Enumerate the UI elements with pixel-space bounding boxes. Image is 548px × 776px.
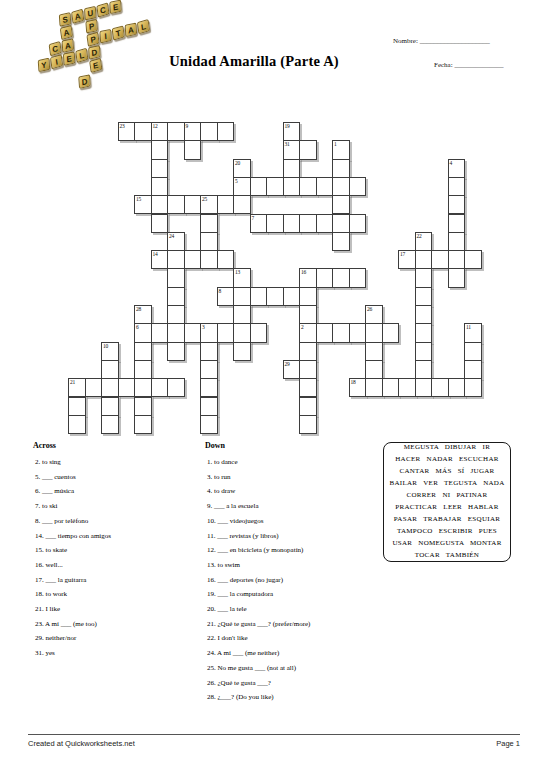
clue-number: 16 [301,269,306,275]
clue-item: 16. well... [35,558,200,573]
grid-cell[interactable] [283,287,301,306]
grid-cell[interactable] [283,177,301,196]
clue-item: 23. A mí ___ (me too) [35,617,200,632]
grid-cell[interactable]: 11 [464,323,482,342]
grid-cell[interactable] [151,323,169,342]
grid-cell[interactable] [250,323,268,342]
grid-cell[interactable]: 19 [283,122,301,141]
grid-cell[interactable]: 9 [184,122,202,141]
grid-cell[interactable] [299,342,317,361]
scrabble-tile: I [50,54,63,69]
clue-item: 12. ___ en bicicleta (y monopatín) [207,543,383,558]
grid-cell[interactable] [349,177,367,196]
grid-cell[interactable]: 31 [283,140,301,159]
grid-cell[interactable] [448,177,466,196]
grid-cell[interactable] [85,378,103,397]
grid-cell[interactable] [233,342,251,361]
grid-cell[interactable]: 13 [233,268,251,287]
word-bank-line: PRACTICAR LEER HABLAR [395,502,498,514]
grid-cell[interactable] [217,122,235,141]
grid-cell[interactable] [365,323,383,342]
grid-cell[interactable] [299,360,317,379]
word-bank-line: USAR NOMEGUSTA MONTAR [392,538,501,550]
grid-cell[interactable] [217,250,235,269]
grid-cell[interactable] [448,378,466,397]
grid-cell[interactable] [101,360,119,379]
grid-cell[interactable] [316,268,334,287]
scrabble-tile: L [137,19,150,34]
word-bank-line: CORRER NI PATINAR [407,490,488,502]
grid-cell[interactable] [398,378,416,397]
scrabble-tile: L [75,48,88,63]
clue-item: 3. to run [207,470,383,485]
grid-cell[interactable] [184,323,202,342]
clue-number: 15 [136,196,141,202]
word-bank-line: PASAR TRABAJAR ESQUIAR [394,514,500,526]
clue-number: 28 [136,306,141,312]
clue-item: 26. ¿Qué te gusta ___? [207,676,383,691]
grid-cell[interactable] [151,159,169,178]
clue-item: 22. I don't like [207,631,383,646]
grid-cell[interactable] [299,305,317,324]
grid-cell[interactable]: 15 [134,195,152,214]
grid-cell[interactable]: 6 [134,323,152,342]
clue-number: 9 [186,123,189,129]
grid-cell[interactable] [118,378,136,397]
grid-cell[interactable] [200,122,218,141]
grid-cell[interactable] [332,159,350,178]
grid-cell[interactable] [217,195,235,214]
grid-cell[interactable] [200,214,218,233]
clue-number: 17 [400,251,405,257]
clue-item: 4. to draw [207,484,383,499]
across-clues: Across 2. to sing5. ___ cuentos6. ___ mú… [35,441,200,661]
grid-cell[interactable] [365,360,383,379]
grid-cell[interactable] [266,287,284,306]
grid-cell[interactable] [167,342,185,361]
grid-cell[interactable]: 20 [233,159,251,178]
grid-cell[interactable] [233,195,251,214]
clue-number: 5 [235,178,238,184]
grid-cell[interactable]: 17 [398,250,416,269]
across-clue-list: 2. to sing5. ___ cuentos6. ___ música7. … [35,455,200,661]
grid-cell[interactable] [299,378,317,397]
grid-cell[interactable] [332,214,350,233]
scrabble-tile: D [78,74,91,89]
scrabble-tile: E [89,58,102,73]
clue-number: 14 [153,251,158,257]
grid-cell[interactable]: 10 [101,342,119,361]
scrabble-tile: T [112,25,125,40]
clue-item: 21. I like [35,602,200,617]
grid-cell[interactable] [365,342,383,361]
grid-cell[interactable] [233,287,251,306]
grid-cell[interactable] [217,323,235,342]
grid-cell[interactable] [250,177,268,196]
grid-cell[interactable] [200,232,218,251]
clue-item: 6. ___ música [35,484,200,499]
word-bank-line: CANTAR MÁS SÍ JUGAR [399,466,494,478]
grid-cell[interactable] [448,214,466,233]
grid-cell[interactable] [464,360,482,379]
clue-number: 2 [301,324,304,330]
grid-cell[interactable] [167,287,185,306]
grid-cell[interactable]: 12 [151,122,169,141]
grid-cell[interactable] [167,268,185,287]
clue-number: 8 [219,288,222,294]
word-bank: MEGUSTA DIBUJAR IRHACER NADAR ESCUCHARCA… [383,442,511,562]
footer-divider [28,734,520,735]
grid-cell[interactable]: 1 [332,140,350,159]
grid-cell[interactable]: 7 [250,214,268,233]
grid-cell[interactable] [299,397,317,416]
clue-number: 25 [202,196,207,202]
clue-item: 14. ___ tiempo con amigos [35,529,200,544]
grid-cell[interactable] [299,287,317,306]
grid-cell[interactable]: 16 [299,268,317,287]
grid-cell[interactable] [332,323,350,342]
clue-item: 8. ___ por teléfono [35,514,200,529]
grid-cell[interactable] [299,177,317,196]
scrabble-tile: E [109,0,122,14]
grid-cell[interactable]: 8 [217,287,235,306]
grid-cell[interactable]: 29 [283,360,301,379]
clue-number: 23 [120,123,125,129]
scrabble-tile: I [99,29,112,44]
grid-cell[interactable] [299,140,317,159]
grid-cell[interactable] [200,360,218,379]
clue-number: 21 [70,379,75,385]
clue-item: 29. neither/nor [35,631,200,646]
clue-item: 31. yes [35,646,200,661]
grid-cell[interactable] [184,140,202,159]
clue-number: 18 [351,379,356,385]
clue-item: 24. A mí ___ (me neither) [207,646,383,661]
grid-cell[interactable]: 2 [299,323,317,342]
grid-cell[interactable] [167,305,185,324]
clue-item: 5. ___ cuentos [35,470,200,485]
clue-number: 6 [136,324,139,330]
date-field[interactable]: Fecha: ______________ [434,61,503,69]
grid-cell[interactable] [332,268,350,287]
scrabble-tile: A [71,9,84,24]
grid-cell[interactable] [151,177,169,196]
clue-number: 19 [285,123,290,129]
grid-cell[interactable] [134,378,152,397]
grid-cell[interactable] [349,268,367,287]
clue-item: 7. to ski [35,499,200,514]
grid-cell[interactable] [332,232,350,251]
grid-cell[interactable] [415,323,433,342]
grid-cell[interactable] [415,360,433,379]
clue-number: 13 [235,269,240,275]
grid-cell[interactable] [200,342,218,361]
grid-cell[interactable]: 25 [200,195,218,214]
grid-cell[interactable] [316,214,334,233]
grid-cell[interactable] [200,397,218,416]
grid-cell[interactable] [266,177,284,196]
grid-cell[interactable] [233,305,251,324]
grid-cell[interactable] [68,397,86,416]
clue-number: 31 [285,141,290,147]
page-title: Unidad Amarilla (Parte A) [128,53,380,70]
scrabble-tile: E [63,51,76,66]
grid-cell[interactable] [283,159,301,178]
grid-cell[interactable]: 23 [118,122,136,141]
down-clue-list: 1. to dance3. to run4. to draw9. ___ a l… [207,455,383,705]
grid-cell[interactable]: 21 [68,378,86,397]
clue-item: 15. to skate [35,543,200,558]
down-heading: Down [205,441,383,450]
grid-cell[interactable] [448,268,466,287]
clue-item: 10. ___ videojuegos [207,514,383,529]
clue-item: 28. ¿___? (Do you like) [207,690,383,705]
clue-item: 1. to dance [207,455,383,470]
clue-item: 19. ___ la computadora [207,587,383,602]
grid-cell[interactable] [167,378,185,397]
grid-cell[interactable] [332,195,350,214]
clue-item: 25. No me gusta ___ (not at all) [207,661,383,676]
across-heading: Across [33,441,200,450]
grid-cell[interactable]: 3 [200,323,218,342]
grid-cell[interactable] [68,415,86,434]
grid-cell[interactable] [101,378,119,397]
date-blank-line[interactable]: ______________ [454,61,503,69]
clue-item: 17. ___ la guitarra [35,573,200,588]
name-label: Nombre: [393,37,418,45]
grid-cell[interactable] [415,250,433,269]
grid-cell[interactable]: 14 [151,250,169,269]
grid-cell[interactable] [250,287,268,306]
clue-number: 24 [169,233,174,239]
scrabble-tile: A [125,23,138,38]
grid-cell[interactable] [448,232,466,251]
grid-cell[interactable] [200,378,218,397]
name-blank-line[interactable]: ____________________ [420,37,490,45]
word-bank-line: BAILAR VER TEGUSTA NADA [389,478,504,490]
grid-cell[interactable] [415,378,433,397]
clue-item: 16. ___ deportes (no jugar) [207,573,383,588]
word-bank-line: HACER NADAR ESCUCHAR [395,454,498,466]
grid-cell[interactable] [382,323,400,342]
grid-cell[interactable] [415,268,433,287]
clue-number: 22 [417,233,422,239]
word-bank-line: TOCAR TAMBIÉN [415,550,479,562]
clue-item: 18. to work [35,587,200,602]
clue-item: 11. ___ revistas (y libros) [207,529,383,544]
grid-cell[interactable] [464,378,482,397]
grid-cell[interactable] [349,323,367,342]
grid-cell[interactable] [299,415,317,434]
grid-cell[interactable]: 24 [167,232,185,251]
grid-cell[interactable] [415,305,433,324]
grid-cell[interactable]: 5 [233,177,251,196]
grid-cell[interactable] [349,214,367,233]
scrabble-tile: C [96,2,109,17]
clue-number: 12 [153,123,158,129]
grid-cell[interactable] [415,342,433,361]
grid-cell[interactable] [134,360,152,379]
grid-cell[interactable] [332,177,350,196]
clue-item: 2. to sing [35,455,200,470]
grid-cell[interactable] [382,378,400,397]
grid-cell[interactable]: 22 [415,232,433,251]
grid-cell[interactable] [184,195,202,214]
footer-credit: Created at Quickworksheets.net [28,739,135,748]
grid-cell[interactable] [316,323,334,342]
grid-cell[interactable]: 26 [365,305,383,324]
name-field[interactable]: Nombre: ____________________ [393,37,490,45]
scrabble-tile: Y [38,58,51,73]
grid-cell[interactable] [316,177,334,196]
clue-number: 4 [450,160,453,166]
grid-cell[interactable] [299,214,317,233]
grid-cell[interactable] [448,250,466,269]
grid-cell[interactable] [431,378,449,397]
clue-number: 20 [235,160,240,166]
grid-cell[interactable] [151,140,169,159]
grid-cell[interactable] [365,378,383,397]
clue-number: 11 [466,324,471,330]
grid-cell[interactable] [184,250,202,269]
grid-cell[interactable] [448,195,466,214]
grid-cell[interactable] [200,250,218,269]
clue-item: 20. ___ la tele [207,602,383,617]
grid-cell[interactable] [134,397,152,416]
clue-item: 13. to swim [207,558,383,573]
footer-page-number: Page 1 [496,739,520,748]
grid-cell[interactable] [200,415,218,434]
word-bank-line: TAMPOCO ESCRIBIR PUES [397,526,497,538]
grid-cell[interactable] [233,323,251,342]
word-bank-line: MEGUSTA DIBUJAR IR [404,442,490,454]
grid-cell[interactable]: 18 [349,378,367,397]
clue-item: 9. ___ a la escuela [207,499,383,514]
grid-cell[interactable] [151,378,169,397]
grid-cell[interactable]: 4 [448,159,466,178]
clue-number: 10 [103,343,108,349]
clue-number: 29 [285,361,290,367]
grid-cell[interactable] [167,195,185,214]
grid-cell[interactable] [266,214,284,233]
clue-number: 26 [367,306,372,312]
grid-cell[interactable] [283,214,301,233]
clue-number: 3 [202,324,205,330]
grid-cell[interactable] [167,323,185,342]
clue-item: 21. ¿Qué te gusta ___? (prefer/more) [207,617,383,632]
date-label: Fecha: [434,61,453,69]
clue-number: 1 [334,141,337,147]
grid-cell[interactable] [167,250,185,269]
grid-cell[interactable] [151,214,169,233]
grid-cell[interactable] [464,342,482,361]
grid-cell[interactable] [415,287,433,306]
grid-cell[interactable] [464,250,482,269]
grid-cell[interactable] [134,415,152,434]
grid-cell[interactable] [431,250,449,269]
grid-cell[interactable] [151,195,169,214]
grid-cell[interactable]: 28 [134,305,152,324]
crossword-grid[interactable]: 2312919311204515257242214171316828266321… [68,122,481,434]
grid-cell[interactable] [101,397,119,416]
clue-number: 7 [252,215,255,221]
down-clues: Down 1. to dance3. to run4. to draw9. __… [207,441,383,705]
grid-cell[interactable] [101,415,119,434]
grid-cell[interactable] [134,122,152,141]
grid-cell[interactable] [167,122,185,141]
grid-cell[interactable] [134,342,152,361]
